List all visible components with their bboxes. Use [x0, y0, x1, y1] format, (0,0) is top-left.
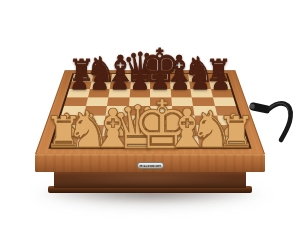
- brand-badge-label: MILLENNIUM: [139, 164, 160, 168]
- product-photo-stage: MILLENNIUM ♜♞♝♛♚♝♞♜♟♟♟♟♟♟♟♟♟♟♟♟♟♟♟♟♜♞♝♛♚…: [0, 0, 300, 250]
- black-pawn-a7[interactable]: ♟: [69, 70, 89, 93]
- drawer-box: [54, 171, 246, 188]
- black-pawn-g7[interactable]: ♟: [190, 70, 210, 93]
- black-pawn-b7[interactable]: ♟: [89, 70, 109, 93]
- white-rook-h1[interactable]: ♜: [217, 111, 256, 154]
- cable-cord: [269, 103, 291, 140]
- black-pawn-h7[interactable]: ♟: [210, 70, 230, 93]
- black-pawn-c7[interactable]: ♟: [110, 70, 130, 93]
- pieces-layer: ♜♞♝♛♚♝♞♜♟♟♟♟♟♟♟♟♟♟♟♟♟♟♟♟♜♞♝♛♚♝♞♜: [0, 0, 300, 250]
